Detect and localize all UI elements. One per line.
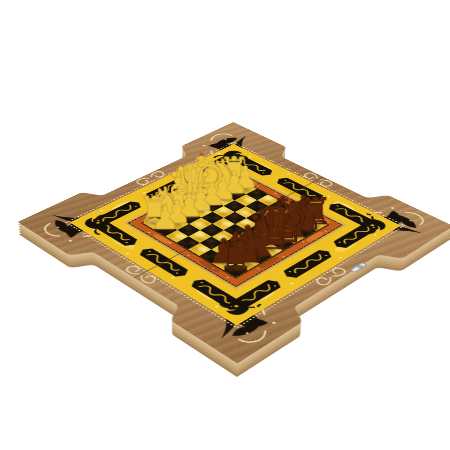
metal-latch bbox=[350, 262, 367, 272]
chess-board: ♜♞♝♚♛♝♞♜♟♟♟♟♟♟♟♟♟♟♟♟♟♟♟♟♜♞♝♚♛♝♞♜ bbox=[9, 119, 450, 370]
chess-set-photo: ♜♞♝♚♛♝♞♜♟♟♟♟♟♟♟♟♟♟♟♟♟♟♟♟♜♞♝♚♛♝♞♜ bbox=[0, 0, 450, 450]
